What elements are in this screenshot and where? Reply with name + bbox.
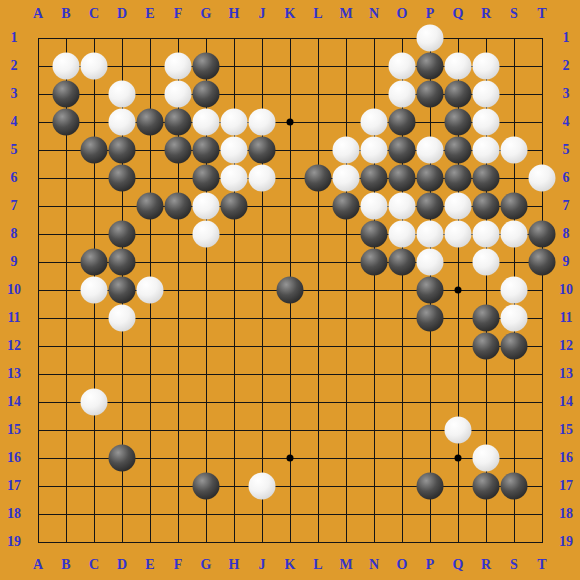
row-label-right: 16 <box>559 451 573 465</box>
row-label-right: 18 <box>559 507 573 521</box>
row-label-left: 7 <box>11 199 18 213</box>
col-label-bottom: B <box>61 558 70 572</box>
col-label-top: T <box>537 7 546 21</box>
black-stone <box>361 221 388 248</box>
black-stone <box>109 165 136 192</box>
white-stone <box>445 193 472 220</box>
white-stone <box>53 53 80 80</box>
white-stone <box>109 305 136 332</box>
black-stone <box>445 137 472 164</box>
black-stone <box>529 221 556 248</box>
star-point <box>287 119 294 126</box>
row-label-left: 4 <box>11 115 18 129</box>
black-stone <box>445 165 472 192</box>
black-stone <box>81 137 108 164</box>
white-stone <box>473 137 500 164</box>
col-label-bottom: E <box>145 558 154 572</box>
col-label-bottom: D <box>117 558 127 572</box>
row-label-right: 1 <box>563 31 570 45</box>
black-stone <box>53 109 80 136</box>
black-stone <box>473 333 500 360</box>
row-label-right: 12 <box>559 339 573 353</box>
row-label-left: 14 <box>7 395 21 409</box>
col-label-top: O <box>397 7 408 21</box>
row-label-left: 18 <box>7 507 21 521</box>
white-stone <box>109 109 136 136</box>
white-stone <box>249 109 276 136</box>
white-stone <box>417 25 444 52</box>
col-label-top: F <box>174 7 183 21</box>
col-label-top: R <box>481 7 491 21</box>
white-stone <box>445 417 472 444</box>
black-stone <box>473 305 500 332</box>
black-stone <box>53 81 80 108</box>
black-stone <box>193 81 220 108</box>
white-stone <box>221 165 248 192</box>
row-label-left: 12 <box>7 339 21 353</box>
black-stone <box>221 193 248 220</box>
col-label-top: J <box>259 7 266 21</box>
white-stone <box>445 53 472 80</box>
row-label-right: 19 <box>559 535 573 549</box>
black-stone <box>81 249 108 276</box>
board-grid[interactable]: AABBCCDDEEFFGGHHJJKKLLMMNNOOPPQQRRSSTT11… <box>0 0 580 580</box>
col-label-top: N <box>369 7 379 21</box>
col-label-bottom: C <box>89 558 99 572</box>
col-label-top: E <box>145 7 154 21</box>
white-stone <box>389 193 416 220</box>
star-point <box>455 287 462 294</box>
black-stone <box>417 53 444 80</box>
white-stone <box>473 221 500 248</box>
black-stone <box>333 193 360 220</box>
col-label-bottom: A <box>33 558 43 572</box>
black-stone <box>361 165 388 192</box>
star-point <box>287 455 294 462</box>
row-label-left: 16 <box>7 451 21 465</box>
col-label-bottom: N <box>369 558 379 572</box>
black-stone <box>417 473 444 500</box>
col-label-bottom: K <box>285 558 296 572</box>
black-stone <box>109 277 136 304</box>
white-stone <box>109 81 136 108</box>
white-stone <box>333 165 360 192</box>
row-label-left: 10 <box>7 283 21 297</box>
black-stone <box>193 137 220 164</box>
white-stone <box>417 137 444 164</box>
white-stone <box>473 109 500 136</box>
white-stone <box>193 221 220 248</box>
col-label-bottom: F <box>174 558 183 572</box>
black-stone <box>501 333 528 360</box>
white-stone <box>417 249 444 276</box>
black-stone <box>473 165 500 192</box>
row-label-left: 19 <box>7 535 21 549</box>
row-label-right: 5 <box>563 143 570 157</box>
black-stone <box>445 109 472 136</box>
white-stone <box>473 249 500 276</box>
white-stone <box>361 109 388 136</box>
black-stone <box>305 165 332 192</box>
row-label-right: 10 <box>559 283 573 297</box>
white-stone <box>193 109 220 136</box>
col-label-top: K <box>285 7 296 21</box>
row-label-left: 9 <box>11 255 18 269</box>
col-label-top: L <box>313 7 322 21</box>
white-stone <box>473 445 500 472</box>
row-label-left: 13 <box>7 367 21 381</box>
black-stone <box>109 445 136 472</box>
white-stone <box>529 165 556 192</box>
black-stone <box>529 249 556 276</box>
row-label-right: 17 <box>559 479 573 493</box>
black-stone <box>417 305 444 332</box>
black-stone <box>501 473 528 500</box>
black-stone <box>193 165 220 192</box>
col-label-top: D <box>117 7 127 21</box>
white-stone <box>501 221 528 248</box>
col-label-top: Q <box>453 7 464 21</box>
black-stone <box>109 249 136 276</box>
row-label-left: 6 <box>11 171 18 185</box>
white-stone <box>249 165 276 192</box>
col-label-top: A <box>33 7 43 21</box>
white-stone <box>501 137 528 164</box>
row-label-left: 15 <box>7 423 21 437</box>
row-label-right: 6 <box>563 171 570 185</box>
col-label-bottom: J <box>259 558 266 572</box>
row-label-right: 3 <box>563 87 570 101</box>
row-label-left: 1 <box>11 31 18 45</box>
black-stone <box>473 473 500 500</box>
black-stone <box>417 81 444 108</box>
col-label-bottom: P <box>426 558 435 572</box>
col-label-bottom: R <box>481 558 491 572</box>
black-stone <box>417 193 444 220</box>
white-stone <box>389 81 416 108</box>
row-label-left: 17 <box>7 479 21 493</box>
go-board: AABBCCDDEEFFGGHHJJKKLLMMNNOOPPQQRRSSTT11… <box>0 0 580 580</box>
col-label-bottom: G <box>201 558 212 572</box>
black-stone <box>137 193 164 220</box>
col-label-top: B <box>61 7 70 21</box>
white-stone <box>501 305 528 332</box>
row-label-left: 11 <box>7 311 20 325</box>
col-label-bottom: T <box>537 558 546 572</box>
white-stone <box>361 137 388 164</box>
black-stone <box>165 137 192 164</box>
black-stone <box>361 249 388 276</box>
white-stone <box>501 277 528 304</box>
row-label-right: 7 <box>563 199 570 213</box>
white-stone <box>473 81 500 108</box>
row-label-left: 2 <box>11 59 18 73</box>
white-stone <box>81 53 108 80</box>
black-stone <box>389 137 416 164</box>
black-stone <box>389 249 416 276</box>
row-label-right: 15 <box>559 423 573 437</box>
white-stone <box>165 53 192 80</box>
col-label-bottom: M <box>339 558 352 572</box>
row-label-left: 5 <box>11 143 18 157</box>
white-stone <box>221 109 248 136</box>
white-stone <box>137 277 164 304</box>
row-label-right: 8 <box>563 227 570 241</box>
black-stone <box>165 193 192 220</box>
row-label-right: 9 <box>563 255 570 269</box>
col-label-bottom: S <box>510 558 518 572</box>
black-stone <box>445 81 472 108</box>
col-label-top: C <box>89 7 99 21</box>
col-label-top: P <box>426 7 435 21</box>
col-label-top: H <box>229 7 240 21</box>
white-stone <box>221 137 248 164</box>
black-stone <box>193 53 220 80</box>
row-label-right: 4 <box>563 115 570 129</box>
black-stone <box>193 473 220 500</box>
white-stone <box>389 221 416 248</box>
black-stone <box>109 137 136 164</box>
row-label-right: 2 <box>563 59 570 73</box>
white-stone <box>417 221 444 248</box>
white-stone <box>389 53 416 80</box>
black-stone <box>277 277 304 304</box>
row-label-right: 11 <box>559 311 572 325</box>
white-stone <box>361 193 388 220</box>
black-stone <box>137 109 164 136</box>
white-stone <box>333 137 360 164</box>
star-point <box>455 455 462 462</box>
black-stone <box>109 221 136 248</box>
black-stone <box>473 193 500 220</box>
white-stone <box>81 389 108 416</box>
white-stone <box>445 221 472 248</box>
white-stone <box>165 81 192 108</box>
col-label-bottom: O <box>397 558 408 572</box>
black-stone <box>165 109 192 136</box>
black-stone <box>389 109 416 136</box>
black-stone <box>389 165 416 192</box>
black-stone <box>417 165 444 192</box>
black-stone <box>249 137 276 164</box>
row-label-left: 3 <box>11 87 18 101</box>
col-label-bottom: H <box>229 558 240 572</box>
white-stone <box>81 277 108 304</box>
col-label-bottom: L <box>313 558 322 572</box>
white-stone <box>249 473 276 500</box>
col-label-top: S <box>510 7 518 21</box>
col-label-top: M <box>339 7 352 21</box>
white-stone <box>473 53 500 80</box>
col-label-bottom: Q <box>453 558 464 572</box>
white-stone <box>193 193 220 220</box>
row-label-right: 13 <box>559 367 573 381</box>
black-stone <box>501 193 528 220</box>
black-stone <box>417 277 444 304</box>
col-label-top: G <box>201 7 212 21</box>
row-label-right: 14 <box>559 395 573 409</box>
row-label-left: 8 <box>11 227 18 241</box>
